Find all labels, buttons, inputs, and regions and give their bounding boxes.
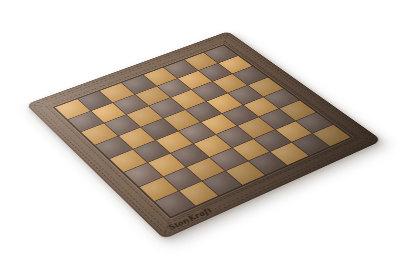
corner-seam-top-left <box>29 105 52 108</box>
corner-seam-top-right <box>224 33 228 44</box>
board-grid <box>52 44 353 219</box>
product-photo-stage: StonKraft <box>0 0 416 265</box>
corner-seam-bottom-right <box>353 137 378 140</box>
chess-board: StonKraft <box>26 31 383 239</box>
